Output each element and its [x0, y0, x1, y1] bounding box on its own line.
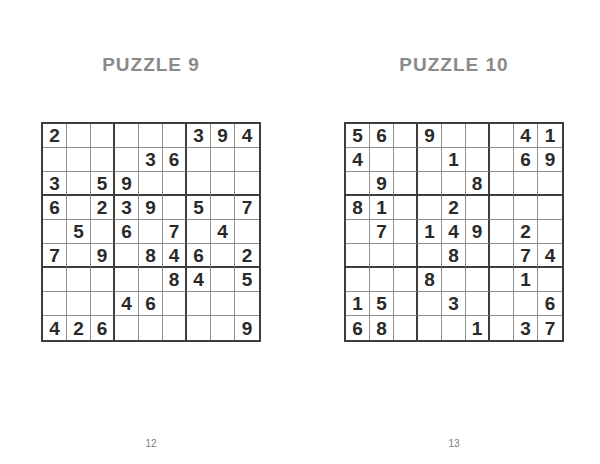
cell-r6c6: 4	[163, 244, 187, 268]
cell-r6c8	[211, 244, 235, 268]
cell-r6c5: 8	[139, 244, 163, 268]
cell-r3c3: 5	[91, 172, 115, 196]
cell-r2c4	[115, 148, 139, 172]
cell-r1c1: 2	[43, 124, 67, 148]
cell-r8c6	[163, 292, 187, 316]
page-number-left: 12	[41, 438, 261, 449]
cell-r8c4: 4	[115, 292, 139, 316]
cell-r8c5: 6	[139, 292, 163, 316]
cell-r9c5	[139, 316, 163, 340]
cell-r3c4: 9	[115, 172, 139, 196]
cell-r4c9	[538, 196, 562, 220]
cell-r2c6: 6	[163, 148, 187, 172]
cell-r9c4	[418, 316, 442, 340]
cell-r4c1: 8	[346, 196, 370, 220]
cell-r8c3	[91, 292, 115, 316]
cell-r8c9: 6	[538, 292, 562, 316]
cell-r9c1: 4	[43, 316, 67, 340]
cell-r2c6	[466, 148, 490, 172]
cell-r7c8: 1	[514, 268, 538, 292]
puzzle-title-left: PUZZLE 9	[41, 54, 261, 76]
cell-r1c1: 5	[346, 124, 370, 148]
cell-r1c2: 6	[370, 124, 394, 148]
cell-r4c2	[67, 196, 91, 220]
cell-r6c2	[67, 244, 91, 268]
cell-r3c1	[346, 172, 370, 196]
cell-r1c7: 3	[187, 124, 211, 148]
cell-r6c5: 8	[442, 244, 466, 268]
cell-r7c5	[139, 268, 163, 292]
cell-r9c4	[115, 316, 139, 340]
cell-r5c9	[538, 220, 562, 244]
cell-r1c9: 1	[538, 124, 562, 148]
cell-r7c9	[538, 268, 562, 292]
cell-r8c4	[418, 292, 442, 316]
cell-r6c9: 4	[538, 244, 562, 268]
cell-r5c1	[346, 220, 370, 244]
cell-r9c8	[211, 316, 235, 340]
cell-r5c3	[394, 220, 418, 244]
cell-r4c8	[211, 196, 235, 220]
cell-r1c3	[394, 124, 418, 148]
cell-r6c8: 7	[514, 244, 538, 268]
cell-r3c9	[538, 172, 562, 196]
cell-r4c2: 1	[370, 196, 394, 220]
cell-r5c5	[139, 220, 163, 244]
cell-r7c4: 8	[418, 268, 442, 292]
cell-r9c3	[394, 316, 418, 340]
cell-r8c6	[466, 292, 490, 316]
sudoku-grid-left: 2394363596239575674798462845464269	[41, 122, 261, 342]
cell-r9c9: 9	[235, 316, 259, 340]
cell-r1c5	[442, 124, 466, 148]
cell-r2c8: 6	[514, 148, 538, 172]
cell-r1c4: 9	[418, 124, 442, 148]
page-number-right: 13	[344, 438, 564, 449]
sudoku-grid-right: 569414169988127149287481153668137	[344, 122, 564, 342]
cell-r8c8	[514, 292, 538, 316]
cell-r2c9: 9	[538, 148, 562, 172]
cell-r8c2	[67, 292, 91, 316]
cell-r8c7	[187, 292, 211, 316]
cell-r4c8	[514, 196, 538, 220]
cell-r8c2: 5	[370, 292, 394, 316]
cell-r6c9: 2	[235, 244, 259, 268]
cell-r7c2	[370, 268, 394, 292]
cell-r8c9	[235, 292, 259, 316]
puzzle-panel-right: PUZZLE 10 569414169988127149287481153668…	[344, 0, 564, 464]
cell-r7c2	[67, 268, 91, 292]
cell-r3c6	[163, 172, 187, 196]
cell-r3c2: 9	[370, 172, 394, 196]
cell-r8c1	[43, 292, 67, 316]
cell-r7c8	[211, 268, 235, 292]
cell-r9c3: 6	[91, 316, 115, 340]
cell-r5c9	[235, 220, 259, 244]
cell-r8c1: 1	[346, 292, 370, 316]
cell-r7c1	[43, 268, 67, 292]
cell-r7c9: 5	[235, 268, 259, 292]
cell-r4c7	[490, 196, 514, 220]
cell-r9c1: 6	[346, 316, 370, 340]
cell-r5c6: 7	[163, 220, 187, 244]
cell-r5c1	[43, 220, 67, 244]
cell-r5c2: 5	[67, 220, 91, 244]
cell-r1c8: 4	[514, 124, 538, 148]
cell-r6c3: 9	[91, 244, 115, 268]
cell-r6c7: 6	[187, 244, 211, 268]
cell-r3c8	[514, 172, 538, 196]
cell-r7c6: 8	[163, 268, 187, 292]
cell-r2c9	[235, 148, 259, 172]
cell-r2c7	[490, 148, 514, 172]
cell-r6c6	[466, 244, 490, 268]
cell-r9c7	[187, 316, 211, 340]
cell-r1c6	[163, 124, 187, 148]
cell-r9c9: 7	[538, 316, 562, 340]
cell-r2c1	[43, 148, 67, 172]
cell-r4c3	[394, 196, 418, 220]
cell-r2c5: 1	[442, 148, 466, 172]
cell-r6c4	[418, 244, 442, 268]
cell-r3c1: 3	[43, 172, 67, 196]
cell-r7c3	[91, 268, 115, 292]
cell-r8c3	[394, 292, 418, 316]
cell-r7c3	[394, 268, 418, 292]
cell-r6c4	[115, 244, 139, 268]
cell-r7c7	[490, 268, 514, 292]
cell-r7c5	[442, 268, 466, 292]
cell-r4c6	[466, 196, 490, 220]
cell-r8c8	[211, 292, 235, 316]
cell-r6c1: 7	[43, 244, 67, 268]
cell-r4c9: 7	[235, 196, 259, 220]
cell-r9c2: 8	[370, 316, 394, 340]
cell-r3c5	[442, 172, 466, 196]
cell-r6c3	[394, 244, 418, 268]
cell-r5c8: 2	[514, 220, 538, 244]
cell-r5c7	[490, 220, 514, 244]
cell-r5c4: 1	[418, 220, 442, 244]
cell-r1c7	[490, 124, 514, 148]
cell-r3c2	[67, 172, 91, 196]
cell-r3c5	[139, 172, 163, 196]
cell-r1c3	[91, 124, 115, 148]
cell-r8c7	[490, 292, 514, 316]
cell-r2c4	[418, 148, 442, 172]
cell-r6c1	[346, 244, 370, 268]
cell-r1c9: 4	[235, 124, 259, 148]
cell-r3c8	[211, 172, 235, 196]
cell-r7c1	[346, 268, 370, 292]
cell-r2c8	[211, 148, 235, 172]
cell-r8c5: 3	[442, 292, 466, 316]
cell-r6c7	[490, 244, 514, 268]
cell-r4c4	[418, 196, 442, 220]
cell-r5c5: 4	[442, 220, 466, 244]
cell-r5c6: 9	[466, 220, 490, 244]
cell-r4c5: 9	[139, 196, 163, 220]
cell-r4c7: 5	[187, 196, 211, 220]
cell-r3c7	[187, 172, 211, 196]
cell-r5c7	[187, 220, 211, 244]
cell-r7c6	[466, 268, 490, 292]
cell-r2c7	[187, 148, 211, 172]
puzzle-title-right: PUZZLE 10	[344, 54, 564, 76]
cell-r7c7: 4	[187, 268, 211, 292]
cell-r4c6	[163, 196, 187, 220]
cell-r1c5	[139, 124, 163, 148]
cell-r4c4: 3	[115, 196, 139, 220]
book-spread: PUZZLE 9 2394363596239575674798462845464…	[0, 0, 600, 464]
cell-r4c5: 2	[442, 196, 466, 220]
cell-r9c2: 2	[67, 316, 91, 340]
cell-r2c2	[67, 148, 91, 172]
cell-r1c2	[67, 124, 91, 148]
cell-r9c7	[490, 316, 514, 340]
cell-r3c4	[418, 172, 442, 196]
cell-r3c6: 8	[466, 172, 490, 196]
cell-r4c1: 6	[43, 196, 67, 220]
cell-r5c3	[91, 220, 115, 244]
puzzle-panel-left: PUZZLE 9 2394363596239575674798462845464…	[41, 0, 261, 464]
cell-r5c4: 6	[115, 220, 139, 244]
cell-r9c8: 3	[514, 316, 538, 340]
cell-r9c5	[442, 316, 466, 340]
cell-r7c4	[115, 268, 139, 292]
cell-r3c7	[490, 172, 514, 196]
cell-r2c3	[394, 148, 418, 172]
cell-r3c9	[235, 172, 259, 196]
cell-r1c4	[115, 124, 139, 148]
cell-r9c6	[163, 316, 187, 340]
cell-r1c8: 9	[211, 124, 235, 148]
cell-r3c3	[394, 172, 418, 196]
cell-r1c6	[466, 124, 490, 148]
cell-r5c8: 4	[211, 220, 235, 244]
cell-r2c5: 3	[139, 148, 163, 172]
cell-r4c3: 2	[91, 196, 115, 220]
cell-r2c3	[91, 148, 115, 172]
cell-r9c6: 1	[466, 316, 490, 340]
cell-r2c1: 4	[346, 148, 370, 172]
cell-r6c2	[370, 244, 394, 268]
cell-r5c2: 7	[370, 220, 394, 244]
cell-r2c2	[370, 148, 394, 172]
